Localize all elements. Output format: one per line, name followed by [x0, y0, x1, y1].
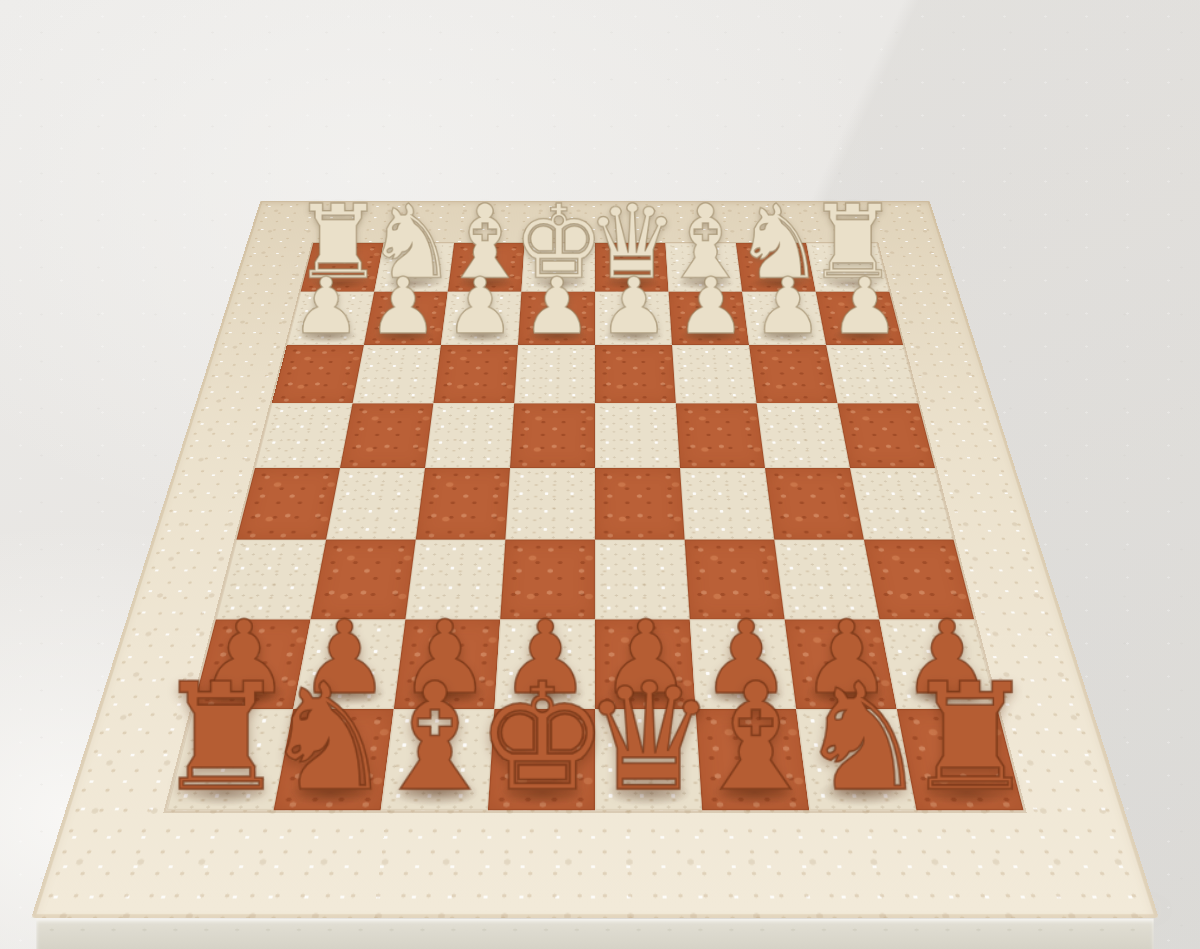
square-b8[interactable]: ♞	[796, 709, 916, 810]
square-g3[interactable]	[353, 345, 441, 404]
piece-white-pawn-a2[interactable]: ♟	[829, 270, 899, 344]
square-a5[interactable]	[850, 468, 954, 540]
square-e2[interactable]: ♟	[518, 292, 595, 345]
square-a4[interactable]	[837, 403, 935, 468]
square-c4[interactable]	[676, 403, 765, 468]
square-a2[interactable]: ♟	[816, 292, 903, 345]
square-c5[interactable]	[680, 468, 774, 540]
square-g2[interactable]: ♟	[364, 292, 448, 345]
piece-white-pawn-h2[interactable]: ♟	[291, 270, 361, 344]
square-d2[interactable]: ♟	[595, 292, 672, 345]
board-squares: ♜♞♝♚♛♝♞♜♟♟♟♟♟♟♟♟♟♟♟♟♟♟♟♟♜♞♝♚♛♝♞♜	[166, 243, 1023, 810]
square-e4[interactable]	[510, 403, 595, 468]
square-d5[interactable]	[595, 468, 685, 540]
square-f3[interactable]	[433, 345, 518, 404]
square-d4[interactable]	[595, 403, 680, 468]
square-b2[interactable]: ♟	[742, 292, 826, 345]
square-f4[interactable]	[425, 403, 514, 468]
piece-white-pawn-c2[interactable]: ♟	[676, 270, 746, 344]
piece-white-pawn-d2[interactable]: ♟	[599, 270, 669, 344]
square-c2[interactable]: ♟	[669, 292, 749, 345]
square-c3[interactable]	[672, 345, 757, 404]
piece-white-pawn-b2[interactable]: ♟	[752, 270, 822, 344]
square-e5[interactable]	[505, 468, 595, 540]
square-b4[interactable]	[757, 403, 850, 468]
square-b3[interactable]	[749, 345, 837, 404]
square-f2[interactable]: ♟	[441, 292, 521, 345]
piece-white-pawn-f2[interactable]: ♟	[445, 270, 515, 344]
travertine-board-slab: ♜♞♝♚♛♝♞♜♟♟♟♟♟♟♟♟♟♟♟♟♟♟♟♟♜♞♝♚♛♝♞♜	[31, 201, 1159, 919]
square-b5[interactable]	[765, 468, 864, 540]
square-g5[interactable]	[326, 468, 425, 540]
square-h4[interactable]	[255, 403, 353, 468]
square-d3[interactable]	[595, 345, 676, 404]
piece-white-pawn-e2[interactable]: ♟	[522, 270, 592, 344]
square-h3[interactable]	[272, 345, 364, 404]
square-e3[interactable]	[514, 345, 595, 404]
piece-white-pawn-g2[interactable]: ♟	[368, 270, 438, 344]
square-h5[interactable]	[236, 468, 340, 540]
slab-front-edge	[36, 918, 1153, 949]
square-f5[interactable]	[416, 468, 510, 540]
square-a8[interactable]: ♜	[897, 709, 1024, 810]
square-g4[interactable]	[340, 403, 433, 468]
piece-red-rook-a8[interactable]: ♜	[903, 667, 1036, 808]
square-e8[interactable]: ♚	[488, 709, 595, 810]
square-c8[interactable]: ♝	[696, 709, 810, 810]
chess-scene: ♜♞♝♚♛♝♞♜♟♟♟♟♟♟♟♟♟♟♟♟♟♟♟♟♜♞♝♚♛♝♞♜	[175, 48, 1015, 888]
square-a3[interactable]	[826, 345, 918, 404]
square-d8[interactable]: ♛	[595, 709, 702, 810]
square-h2[interactable]: ♟	[287, 292, 374, 345]
